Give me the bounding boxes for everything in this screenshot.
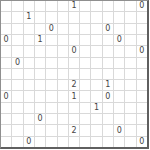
cell-r7c0[interactable] bbox=[1, 80, 11, 90]
cell-r6c11[interactable] bbox=[125, 69, 135, 79]
cell-r3c8[interactable] bbox=[91, 35, 101, 45]
cell-r6c5[interactable] bbox=[58, 69, 68, 79]
cell-r10c1[interactable] bbox=[12, 114, 22, 124]
cell-r11c0[interactable] bbox=[1, 125, 11, 135]
cell-r9c0[interactable] bbox=[1, 103, 11, 113]
cell-r9c5[interactable] bbox=[58, 103, 68, 113]
cell-r10c10[interactable] bbox=[114, 114, 124, 124]
cell-r1c5[interactable] bbox=[58, 12, 68, 22]
cell-r7c3[interactable] bbox=[35, 80, 45, 90]
cell-r11c9[interactable] bbox=[103, 125, 113, 135]
cell-r11c7[interactable] bbox=[80, 125, 90, 135]
cell-r4c10[interactable] bbox=[114, 46, 124, 56]
cell-r1c7[interactable] bbox=[80, 12, 90, 22]
cell-r7c6-clue-2[interactable]: 2 bbox=[69, 80, 79, 90]
cell-r9c1[interactable] bbox=[12, 103, 22, 113]
cell-r3c0-clue-0[interactable]: 0 bbox=[1, 35, 11, 45]
cell-r2c0[interactable] bbox=[1, 24, 11, 34]
cell-r4c5[interactable] bbox=[58, 46, 68, 56]
cell-r7c12[interactable] bbox=[137, 80, 147, 90]
cell-r5c5[interactable] bbox=[58, 58, 68, 68]
cell-r1c2-clue-1[interactable]: 1 bbox=[24, 12, 34, 22]
cell-r0c2[interactable] bbox=[24, 1, 34, 11]
cell-r5c8[interactable] bbox=[91, 58, 101, 68]
cell-r0c6-clue-1[interactable]: 1 bbox=[69, 1, 79, 11]
cell-r8c8[interactable] bbox=[91, 91, 101, 101]
cell-r10c0[interactable] bbox=[1, 114, 11, 124]
cell-r4c8[interactable] bbox=[91, 46, 101, 56]
cell-r11c10-clue-0[interactable]: 0 bbox=[114, 125, 124, 135]
cell-r9c2[interactable] bbox=[24, 103, 34, 113]
cell-r8c2[interactable] bbox=[24, 91, 34, 101]
cell-r8c5[interactable] bbox=[58, 91, 68, 101]
cell-r7c4[interactable] bbox=[46, 80, 56, 90]
cell-r5c2[interactable] bbox=[24, 58, 34, 68]
cell-r9c6[interactable] bbox=[69, 103, 79, 113]
cell-r5c10[interactable] bbox=[114, 58, 124, 68]
cell-r1c11[interactable] bbox=[125, 12, 135, 22]
cell-r8c0-clue-0[interactable]: 0 bbox=[1, 91, 11, 101]
cell-r0c7[interactable] bbox=[80, 1, 90, 11]
cell-r10c7[interactable] bbox=[80, 114, 90, 124]
cell-r0c0[interactable] bbox=[1, 1, 11, 11]
cell-r12c9[interactable] bbox=[103, 137, 113, 147]
cell-r11c2[interactable] bbox=[24, 125, 34, 135]
cell-r12c8[interactable] bbox=[91, 137, 101, 147]
cell-r6c7[interactable] bbox=[80, 69, 90, 79]
cell-r1c6[interactable] bbox=[69, 12, 79, 22]
cell-r2c6[interactable] bbox=[69, 24, 79, 34]
cell-r12c5[interactable] bbox=[58, 137, 68, 147]
cell-r4c11[interactable] bbox=[125, 46, 135, 56]
cell-r8c10[interactable] bbox=[114, 91, 124, 101]
cell-r10c8[interactable] bbox=[91, 114, 101, 124]
cell-r1c9[interactable] bbox=[103, 12, 113, 22]
cell-r6c1[interactable] bbox=[12, 69, 22, 79]
cell-r1c1[interactable] bbox=[12, 12, 22, 22]
cell-r5c9[interactable] bbox=[103, 58, 113, 68]
cell-r12c4[interactable] bbox=[46, 137, 56, 147]
cell-r6c9[interactable] bbox=[103, 69, 113, 79]
cell-r11c11[interactable] bbox=[125, 125, 135, 135]
cell-r12c12-clue-0[interactable]: 0 bbox=[137, 137, 147, 147]
cell-r6c6[interactable] bbox=[69, 69, 79, 79]
cell-r5c7[interactable] bbox=[80, 58, 90, 68]
cell-r0c9[interactable] bbox=[103, 1, 113, 11]
cell-r2c4-clue-0[interactable]: 0 bbox=[46, 24, 56, 34]
cell-r3c10-clue-0[interactable]: 0 bbox=[114, 35, 124, 45]
cell-r7c9-clue-1[interactable]: 1 bbox=[103, 80, 113, 90]
cell-r8c1[interactable] bbox=[12, 91, 22, 101]
cell-r9c11[interactable] bbox=[125, 103, 135, 113]
cell-r12c7[interactable] bbox=[80, 137, 90, 147]
cell-r5c3[interactable] bbox=[35, 58, 45, 68]
cell-r4c6-clue-0[interactable]: 0 bbox=[69, 46, 79, 56]
cell-r12c6[interactable] bbox=[69, 137, 79, 147]
cell-r1c3[interactable] bbox=[35, 12, 45, 22]
cell-r4c7[interactable] bbox=[80, 46, 90, 56]
cell-r6c3[interactable] bbox=[35, 69, 45, 79]
cell-r12c10[interactable] bbox=[114, 137, 124, 147]
cell-r5c4[interactable] bbox=[46, 58, 56, 68]
cell-r10c9[interactable] bbox=[103, 114, 113, 124]
cell-r0c8[interactable] bbox=[91, 1, 101, 11]
cell-r10c6[interactable] bbox=[69, 114, 79, 124]
cell-r8c6-clue-1[interactable]: 1 bbox=[69, 91, 79, 101]
cell-r11c3[interactable] bbox=[35, 125, 45, 135]
cell-r6c10[interactable] bbox=[114, 69, 124, 79]
cell-r2c10[interactable] bbox=[114, 24, 124, 34]
cell-r5c1-clue-0[interactable]: 0 bbox=[12, 58, 22, 68]
cell-r9c8-clue-1[interactable]: 1 bbox=[91, 103, 101, 113]
cell-r1c4[interactable] bbox=[46, 12, 56, 22]
cell-r8c11[interactable] bbox=[125, 91, 135, 101]
cell-r0c4[interactable] bbox=[46, 1, 56, 11]
cell-r9c3[interactable] bbox=[35, 103, 45, 113]
cell-r5c0[interactable] bbox=[1, 58, 11, 68]
cell-r0c12-clue-0[interactable]: 0 bbox=[137, 1, 147, 11]
cell-r0c10[interactable] bbox=[114, 1, 124, 11]
slitherlink-board[interactable]: 1010001000021010102000 bbox=[0, 0, 149, 149]
cell-r2c7[interactable] bbox=[80, 24, 90, 34]
cell-r4c3[interactable] bbox=[35, 46, 45, 56]
cell-r2c3[interactable] bbox=[35, 24, 45, 34]
cell-r10c11[interactable] bbox=[125, 114, 135, 124]
cell-r1c10[interactable] bbox=[114, 12, 124, 22]
cell-r2c1[interactable] bbox=[12, 24, 22, 34]
cell-r6c0[interactable] bbox=[1, 69, 11, 79]
cell-r3c12[interactable] bbox=[137, 35, 147, 45]
cell-r6c8[interactable] bbox=[91, 69, 101, 79]
cell-r7c2[interactable] bbox=[24, 80, 34, 90]
cell-r3c6[interactable] bbox=[69, 35, 79, 45]
cell-r3c11[interactable] bbox=[125, 35, 135, 45]
cell-r3c2[interactable] bbox=[24, 35, 34, 45]
cell-r4c12-clue-0[interactable]: 0 bbox=[137, 46, 147, 56]
cell-r12c0[interactable] bbox=[1, 137, 11, 147]
cell-r5c12[interactable] bbox=[137, 58, 147, 68]
cell-r10c3-clue-0[interactable]: 0 bbox=[35, 114, 45, 124]
cell-r12c3[interactable] bbox=[35, 137, 45, 147]
cell-r12c11[interactable] bbox=[125, 137, 135, 147]
cell-r9c7[interactable] bbox=[80, 103, 90, 113]
cell-r2c5[interactable] bbox=[58, 24, 68, 34]
cell-r6c12[interactable] bbox=[137, 69, 147, 79]
cell-r11c4[interactable] bbox=[46, 125, 56, 135]
cell-r12c1[interactable] bbox=[12, 137, 22, 147]
cell-r0c3[interactable] bbox=[35, 1, 45, 11]
cell-r0c11[interactable] bbox=[125, 1, 135, 11]
cell-r8c4[interactable] bbox=[46, 91, 56, 101]
cell-r4c0[interactable] bbox=[1, 46, 11, 56]
cell-r2c11[interactable] bbox=[125, 24, 135, 34]
cell-r5c11[interactable] bbox=[125, 58, 135, 68]
cell-r9c10[interactable] bbox=[114, 103, 124, 113]
cell-r4c2[interactable] bbox=[24, 46, 34, 56]
cell-r0c1[interactable] bbox=[12, 1, 22, 11]
cell-r4c9[interactable] bbox=[103, 46, 113, 56]
cell-r8c12[interactable] bbox=[137, 91, 147, 101]
cell-r7c11[interactable] bbox=[125, 80, 135, 90]
cell-r8c3[interactable] bbox=[35, 91, 45, 101]
cell-r10c2[interactable] bbox=[24, 114, 34, 124]
cell-r7c1[interactable] bbox=[12, 80, 22, 90]
cell-r2c9-clue-0[interactable]: 0 bbox=[103, 24, 113, 34]
cell-r6c4[interactable] bbox=[46, 69, 56, 79]
cell-r11c5[interactable] bbox=[58, 125, 68, 135]
cell-r1c0[interactable] bbox=[1, 12, 11, 22]
cell-r9c9[interactable] bbox=[103, 103, 113, 113]
cell-r11c6-clue-2[interactable]: 2 bbox=[69, 125, 79, 135]
cell-r4c1[interactable] bbox=[12, 46, 22, 56]
cell-r10c4[interactable] bbox=[46, 114, 56, 124]
cell-r12c2-clue-0[interactable]: 0 bbox=[24, 137, 34, 147]
cell-r0c5[interactable] bbox=[58, 1, 68, 11]
cell-r7c10[interactable] bbox=[114, 80, 124, 90]
cell-r9c4[interactable] bbox=[46, 103, 56, 113]
cell-r8c9-clue-0[interactable]: 0 bbox=[103, 91, 113, 101]
cell-r9c12[interactable] bbox=[137, 103, 147, 113]
cell-r3c5[interactable] bbox=[58, 35, 68, 45]
cell-r2c2[interactable] bbox=[24, 24, 34, 34]
cell-r3c7[interactable] bbox=[80, 35, 90, 45]
cell-r3c3-clue-1[interactable]: 1 bbox=[35, 35, 45, 45]
cell-r8c7[interactable] bbox=[80, 91, 90, 101]
cell-r7c7[interactable] bbox=[80, 80, 90, 90]
cell-r5c6[interactable] bbox=[69, 58, 79, 68]
cell-r3c4[interactable] bbox=[46, 35, 56, 45]
cell-r11c1[interactable] bbox=[12, 125, 22, 135]
cell-r11c12[interactable] bbox=[137, 125, 147, 135]
cell-r7c8[interactable] bbox=[91, 80, 101, 90]
cell-r1c12[interactable] bbox=[137, 12, 147, 22]
cell-r10c5[interactable] bbox=[58, 114, 68, 124]
cell-r11c8[interactable] bbox=[91, 125, 101, 135]
page-background: 1010001000021010102000 bbox=[0, 0, 150, 150]
cell-r3c1[interactable] bbox=[12, 35, 22, 45]
cell-r2c12[interactable] bbox=[137, 24, 147, 34]
cell-r4c4[interactable] bbox=[46, 46, 56, 56]
cell-r3c9[interactable] bbox=[103, 35, 113, 45]
cell-r6c2[interactable] bbox=[24, 69, 34, 79]
cell-r10c12[interactable] bbox=[137, 114, 147, 124]
cell-r2c8[interactable] bbox=[91, 24, 101, 34]
cell-r1c8[interactable] bbox=[91, 12, 101, 22]
cell-r7c5[interactable] bbox=[58, 80, 68, 90]
